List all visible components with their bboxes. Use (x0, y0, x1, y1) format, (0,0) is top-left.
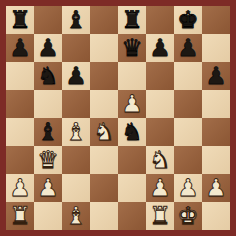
square-c5[interactable] (62, 90, 90, 118)
piece-white-knight[interactable]: ♞ (93, 118, 115, 146)
piece-black-rook[interactable]: ♜ (121, 6, 143, 34)
square-c1[interactable]: ♝ (62, 202, 90, 230)
square-g8[interactable]: ♚ (174, 6, 202, 34)
square-c2[interactable] (62, 174, 90, 202)
piece-white-pawn[interactable]: ♟ (9, 174, 31, 202)
square-a4[interactable] (6, 118, 34, 146)
square-b1[interactable] (34, 202, 62, 230)
square-h8[interactable] (202, 6, 230, 34)
piece-black-pawn[interactable]: ♟ (177, 34, 199, 62)
square-e6[interactable] (118, 62, 146, 90)
piece-black-rook[interactable]: ♜ (9, 6, 31, 34)
square-h1[interactable] (202, 202, 230, 230)
square-c8[interactable]: ♝ (62, 6, 90, 34)
square-f2[interactable]: ♟ (146, 174, 174, 202)
square-b2[interactable]: ♟ (34, 174, 62, 202)
square-g4[interactable] (174, 118, 202, 146)
square-h7[interactable] (202, 34, 230, 62)
piece-black-pawn[interactable]: ♟ (37, 34, 59, 62)
square-g6[interactable] (174, 62, 202, 90)
square-c7[interactable] (62, 34, 90, 62)
piece-white-pawn[interactable]: ♟ (37, 174, 59, 202)
chess-board-frame: ♜♝♜♚♟♟♛♟♟♞♟♟♟♝♝♞♞♛♞♟♟♟♟♟♜♝♜♚ (0, 0, 236, 236)
square-c3[interactable] (62, 146, 90, 174)
square-f6[interactable] (146, 62, 174, 90)
square-b3[interactable]: ♛ (34, 146, 62, 174)
piece-white-pawn[interactable]: ♟ (121, 90, 143, 118)
square-b4[interactable]: ♝ (34, 118, 62, 146)
square-d8[interactable] (90, 6, 118, 34)
piece-black-knight[interactable]: ♞ (37, 62, 59, 90)
piece-white-pawn[interactable]: ♟ (205, 174, 227, 202)
piece-white-rook[interactable]: ♜ (149, 202, 171, 230)
piece-white-bishop[interactable]: ♝ (65, 202, 87, 230)
square-e8[interactable]: ♜ (118, 6, 146, 34)
square-a5[interactable] (6, 90, 34, 118)
square-e3[interactable] (118, 146, 146, 174)
square-d1[interactable] (90, 202, 118, 230)
square-d3[interactable] (90, 146, 118, 174)
piece-white-pawn[interactable]: ♟ (149, 174, 171, 202)
square-d6[interactable] (90, 62, 118, 90)
piece-white-rook[interactable]: ♜ (9, 202, 31, 230)
square-a8[interactable]: ♜ (6, 6, 34, 34)
square-f4[interactable] (146, 118, 174, 146)
square-g1[interactable]: ♚ (174, 202, 202, 230)
piece-black-bishop[interactable]: ♝ (65, 6, 87, 34)
square-e2[interactable] (118, 174, 146, 202)
square-c4[interactable]: ♝ (62, 118, 90, 146)
square-f8[interactable] (146, 6, 174, 34)
square-f1[interactable]: ♜ (146, 202, 174, 230)
square-b8[interactable] (34, 6, 62, 34)
piece-white-pawn[interactable]: ♟ (177, 174, 199, 202)
square-b6[interactable]: ♞ (34, 62, 62, 90)
square-a2[interactable]: ♟ (6, 174, 34, 202)
square-a7[interactable]: ♟ (6, 34, 34, 62)
square-d7[interactable] (90, 34, 118, 62)
piece-black-pawn[interactable]: ♟ (149, 34, 171, 62)
piece-black-pawn[interactable]: ♟ (205, 62, 227, 90)
square-f3[interactable]: ♞ (146, 146, 174, 174)
square-g3[interactable] (174, 146, 202, 174)
square-b5[interactable] (34, 90, 62, 118)
square-b7[interactable]: ♟ (34, 34, 62, 62)
piece-black-knight[interactable]: ♞ (121, 118, 143, 146)
square-h3[interactable] (202, 146, 230, 174)
square-a6[interactable] (6, 62, 34, 90)
square-a1[interactable]: ♜ (6, 202, 34, 230)
square-d4[interactable]: ♞ (90, 118, 118, 146)
square-e7[interactable]: ♛ (118, 34, 146, 62)
square-e1[interactable] (118, 202, 146, 230)
chess-board: ♜♝♜♚♟♟♛♟♟♞♟♟♟♝♝♞♞♛♞♟♟♟♟♟♜♝♜♚ (6, 6, 230, 230)
square-h5[interactable] (202, 90, 230, 118)
square-g7[interactable]: ♟ (174, 34, 202, 62)
piece-black-bishop[interactable]: ♝ (37, 118, 59, 146)
square-f7[interactable]: ♟ (146, 34, 174, 62)
square-a3[interactable] (6, 146, 34, 174)
piece-black-king[interactable]: ♚ (177, 6, 199, 34)
square-h4[interactable] (202, 118, 230, 146)
square-h6[interactable]: ♟ (202, 62, 230, 90)
piece-white-queen[interactable]: ♛ (37, 146, 59, 174)
piece-black-pawn[interactable]: ♟ (65, 62, 87, 90)
square-g5[interactable] (174, 90, 202, 118)
square-e4[interactable]: ♞ (118, 118, 146, 146)
square-e5[interactable]: ♟ (118, 90, 146, 118)
square-d2[interactable] (90, 174, 118, 202)
piece-white-king[interactable]: ♚ (177, 202, 199, 230)
piece-white-bishop[interactable]: ♝ (65, 118, 87, 146)
square-f5[interactable] (146, 90, 174, 118)
square-h2[interactable]: ♟ (202, 174, 230, 202)
piece-black-queen[interactable]: ♛ (121, 34, 143, 62)
square-g2[interactable]: ♟ (174, 174, 202, 202)
square-d5[interactable] (90, 90, 118, 118)
piece-white-knight[interactable]: ♞ (149, 146, 171, 174)
piece-black-pawn[interactable]: ♟ (9, 34, 31, 62)
square-c6[interactable]: ♟ (62, 62, 90, 90)
